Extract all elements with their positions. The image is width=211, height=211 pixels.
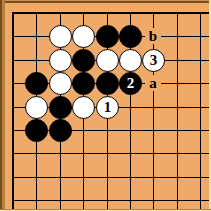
board-frame-left-edge [0,0,5,211]
stone-white [25,96,48,119]
stone-black [72,49,95,72]
board-frame-bottom-highlight [0,209,211,211]
stone-black [119,25,142,48]
stone-white-move-1: 1 [96,96,119,119]
stone-black [25,72,48,95]
stone-white-move-3: 3 [142,49,165,72]
stone-white [96,49,119,72]
stone-white [49,25,72,48]
stone-move-number: 3 [150,53,158,68]
stone-black [25,119,48,142]
board-stones-layer: 321ba [0,0,211,211]
stone-white [72,96,95,119]
stone-white [49,72,72,95]
stone-black [72,72,95,95]
stone-black [96,25,119,48]
stone-black-move-2: 2 [119,72,142,95]
stone-move-number: 2 [127,76,135,91]
board-frame-right-highlight [209,0,211,211]
stone-white [119,49,142,72]
stone-black [49,96,72,119]
go-board-diagram: 321ba [0,0,211,211]
stone-white [49,49,72,72]
board-frame-top-edge [0,0,211,3]
point-label-a: a [145,75,161,91]
stone-black [49,119,72,142]
stone-black [96,72,119,95]
point-label-b: b [145,28,161,44]
stone-white [72,25,95,48]
stone-move-number: 1 [104,100,112,115]
